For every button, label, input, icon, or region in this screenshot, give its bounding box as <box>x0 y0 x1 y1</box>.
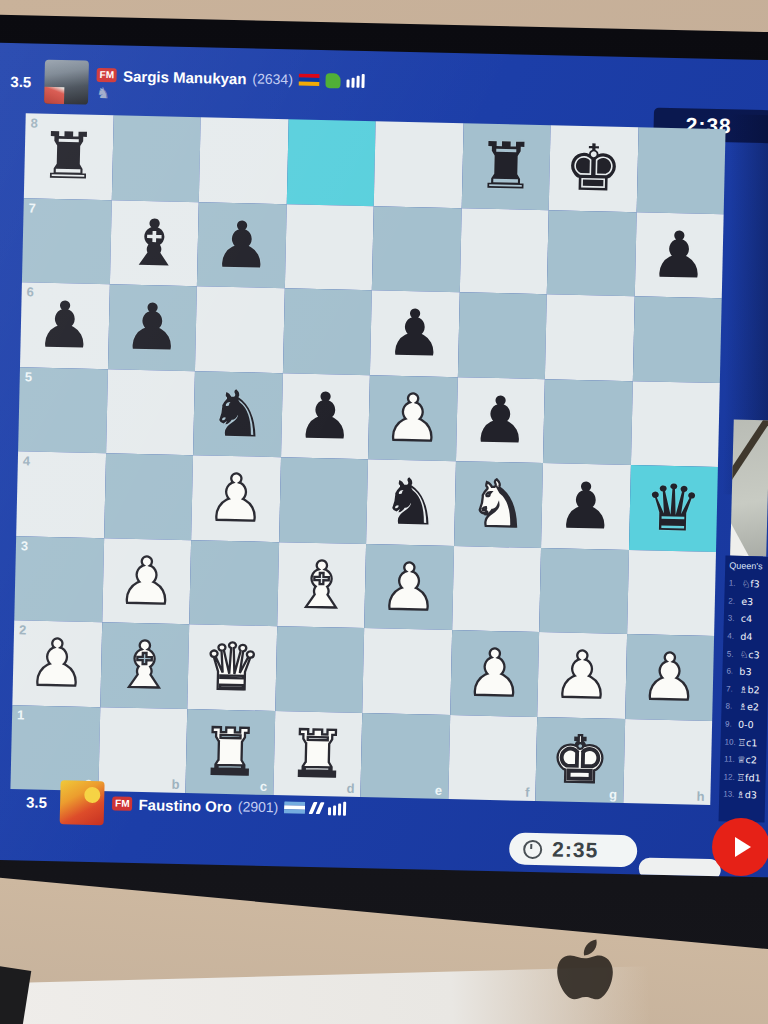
piece-white-pawn-e3[interactable]: ♟ <box>364 544 453 630</box>
white-move[interactable]: c4 <box>741 613 753 624</box>
top-player-bar: 3.5 FM Sargis Manukyan (2634) <box>10 57 365 113</box>
rank-label-1: 1 <box>17 707 25 722</box>
top-player-match-score: 3.5 <box>10 72 36 90</box>
move-row-2[interactable]: 2.e3 <box>728 592 768 611</box>
square-h6[interactable] <box>632 296 721 382</box>
white-move[interactable]: ♖c1 <box>737 736 757 748</box>
rank-label-7: 7 <box>28 200 36 215</box>
clock-icon <box>523 839 542 858</box>
piece-black-pawn-b6[interactable]: ♟ <box>107 284 196 370</box>
move-number: 5. <box>727 649 740 658</box>
square-d5[interactable]: ♟ <box>281 373 370 459</box>
captured-pieces-marks <box>311 802 322 814</box>
video-highlight <box>730 509 753 556</box>
move-list-panel: Queen's 1.♘f32.e33.c44.d45.♘c36.b37.♗b28… <box>719 555 768 822</box>
square-e4[interactable]: ♞ <box>366 459 455 545</box>
fairplay-icon <box>326 73 341 88</box>
connection-bars-icon <box>328 801 346 815</box>
white-move[interactable]: ♗e2 <box>738 701 759 713</box>
square-h2[interactable]: ♟ <box>625 634 714 720</box>
bottom-player-match-score: 3.5 <box>26 793 52 811</box>
square-c4[interactable]: ♟ <box>191 455 280 541</box>
piece-white-bishop-d3[interactable]: ♝ <box>277 542 366 628</box>
bottom-player-name[interactable]: Faustino Oro <box>138 796 232 815</box>
move-row-7[interactable]: 7.♗b2 <box>726 680 768 699</box>
move-number: 11. <box>724 755 737 764</box>
piece-white-pawn-g2[interactable]: ♟ <box>537 632 626 718</box>
file-label-f: f <box>525 785 530 800</box>
move-number: 1. <box>729 579 742 588</box>
photo-of-imac-screen: 3.5 FM Sargis Manukyan (2634) <box>0 0 768 1024</box>
bottom-player-bar: 3.5 FM Faustino Oro (2901) <box>26 777 347 832</box>
square-h4[interactable]: ♛ <box>629 465 718 551</box>
piece-black-knight-e4[interactable]: ♞ <box>366 459 455 545</box>
piece-black-rook-a8[interactable]: ♜ <box>24 113 113 199</box>
bottom-player-avatar[interactable] <box>60 780 105 825</box>
move-number: 2. <box>728 596 741 605</box>
square-c7[interactable]: ♟ <box>197 202 286 288</box>
piece-black-pawn-a6[interactable]: ♟ <box>20 282 109 368</box>
square-f7[interactable] <box>459 208 548 294</box>
white-move[interactable]: ♕c2 <box>737 754 757 766</box>
move-row-8[interactable]: 8.♗e2 <box>725 698 767 717</box>
move-number: 4. <box>727 632 740 641</box>
square-f3[interactable] <box>452 546 541 632</box>
white-move[interactable]: b3 <box>739 666 751 677</box>
piece-black-king-g8[interactable]: ♚ <box>549 125 638 211</box>
square-a8[interactable]: 8♜ <box>24 113 113 199</box>
square-f2[interactable]: ♟ <box>450 630 539 716</box>
move-number: 7. <box>726 684 739 693</box>
opening-name: Queen's <box>729 561 768 572</box>
square-h3[interactable] <box>627 550 716 636</box>
square-g6[interactable] <box>545 294 634 380</box>
square-e6[interactable]: ♟ <box>370 290 459 376</box>
piece-black-pawn-h7[interactable]: ♟ <box>634 212 723 298</box>
piece-black-queen-h4[interactable]: ♛ <box>629 465 718 551</box>
square-a2[interactable]: 2♟ <box>12 620 101 706</box>
square-d6[interactable] <box>282 288 371 374</box>
square-c5[interactable]: ♞ <box>193 371 282 457</box>
square-c8[interactable] <box>199 117 288 203</box>
white-move[interactable]: ♗b2 <box>739 684 760 696</box>
move-row-10[interactable]: 10.♖c1 <box>724 733 766 752</box>
square-b4[interactable] <box>104 453 193 539</box>
piece-white-king-g1[interactable]: ♚ <box>535 717 624 803</box>
square-b3[interactable]: ♟ <box>102 538 191 624</box>
chess-app: 3.5 FM Sargis Manukyan (2634) <box>0 43 768 878</box>
square-b5[interactable] <box>106 369 195 455</box>
square-g7[interactable] <box>547 210 636 296</box>
square-d7[interactable] <box>284 204 373 290</box>
white-move[interactable]: e3 <box>741 596 753 607</box>
square-e2[interactable] <box>362 628 451 714</box>
connection-bars-icon <box>347 74 365 88</box>
apple-logo <box>556 938 614 1004</box>
white-move[interactable]: d4 <box>740 631 752 642</box>
rank-label-4: 4 <box>23 453 31 468</box>
square-g2[interactable]: ♟ <box>537 632 626 718</box>
square-d2[interactable] <box>275 626 364 712</box>
move-row-13[interactable]: 13.♗d3 <box>723 786 765 805</box>
piece-black-rook-f8[interactable]: ♜ <box>461 123 550 209</box>
square-f4[interactable]: ♞ <box>454 461 543 547</box>
piece-black-pawn-d5[interactable]: ♟ <box>281 373 370 459</box>
square-f6[interactable] <box>457 292 546 378</box>
move-number: 10. <box>724 737 737 746</box>
square-b7[interactable]: ♝ <box>109 200 198 286</box>
chess-board: 8♜♜♚7♝♟♟6♟♟♟5♞♟♟♟4♟♞♞♟♛3♟♝♟2♟♝♛♟♟♟1abc♜d… <box>10 113 725 805</box>
square-f5[interactable]: ♟ <box>455 377 544 463</box>
piece-white-bishop-b2[interactable]: ♝ <box>100 622 189 708</box>
square-a5[interactable]: 5 <box>18 367 107 453</box>
move-number: 8. <box>725 702 738 711</box>
white-move[interactable]: ♗d3 <box>736 789 757 801</box>
square-f1[interactable]: f <box>448 715 537 801</box>
file-label-h: h <box>696 789 704 804</box>
square-c3[interactable] <box>189 540 278 626</box>
video-stream-thumbnail[interactable] <box>730 420 768 557</box>
piece-black-pawn-e6[interactable]: ♟ <box>370 290 459 376</box>
piece-white-pawn-h2[interactable]: ♟ <box>625 634 714 720</box>
armenia-flag-icon <box>299 73 320 86</box>
move-number: 9. <box>725 720 738 729</box>
square-b8[interactable] <box>111 115 200 201</box>
white-move[interactable]: ♖fd1 <box>737 772 761 784</box>
square-d3[interactable]: ♝ <box>277 542 366 628</box>
piece-white-pawn-e5[interactable]: ♟ <box>368 375 457 461</box>
square-g8[interactable]: ♚ <box>549 125 638 211</box>
play-icon <box>735 837 751 857</box>
white-move[interactable]: ♘f3 <box>742 578 760 589</box>
piece-white-pawn-a2[interactable]: ♟ <box>12 620 101 706</box>
square-a3[interactable]: 3 <box>14 536 103 622</box>
rank-label-5: 5 <box>25 369 33 384</box>
square-a4[interactable]: 4 <box>16 451 105 537</box>
move-row-6[interactable]: 6.b3 <box>726 662 768 681</box>
mic-stand-in-video <box>730 420 768 499</box>
square-e1[interactable]: e <box>360 713 449 799</box>
move-row-9[interactable]: 9.0-0 <box>725 715 767 734</box>
square-b2[interactable]: ♝ <box>100 622 189 708</box>
square-e8[interactable] <box>374 121 463 207</box>
square-c2[interactable]: ♛ <box>187 624 276 710</box>
square-f8[interactable]: ♜ <box>461 123 550 209</box>
top-player-rating: (2634) <box>252 70 293 87</box>
rank-label-3: 3 <box>21 538 29 553</box>
argentina-flag-icon <box>284 801 305 814</box>
move-row-3[interactable]: 3.c4 <box>728 610 768 629</box>
square-e7[interactable] <box>372 206 461 292</box>
bottom-player-title-badge: FM <box>112 796 133 810</box>
square-h1[interactable]: h <box>623 719 712 805</box>
captured-knight-icon: ♞ <box>96 85 110 99</box>
move-number: 13. <box>723 790 736 799</box>
square-a6[interactable]: 6♟ <box>20 282 109 368</box>
file-label-e: e <box>435 783 443 798</box>
square-g3[interactable] <box>539 548 628 634</box>
white-move[interactable]: ♘c3 <box>740 649 760 661</box>
top-player-name[interactable]: Sargis Manukyan <box>123 67 247 87</box>
square-h7[interactable]: ♟ <box>634 212 723 298</box>
imac-screen-bezel: 3.5 FM Sargis Manukyan (2634) <box>0 14 768 985</box>
move-row-1[interactable]: 1.♘f3 <box>729 575 768 594</box>
square-g5[interactable] <box>543 379 632 465</box>
piece-white-pawn-f2[interactable]: ♟ <box>450 630 539 716</box>
piece-black-bishop-b7[interactable]: ♝ <box>109 200 198 286</box>
piece-white-pawn-c4[interactable]: ♟ <box>191 455 280 541</box>
youtube-button[interactable] <box>712 818 768 876</box>
piece-white-queen-c2[interactable]: ♛ <box>187 624 276 710</box>
top-player-title-badge: FM <box>96 68 117 82</box>
piece-black-pawn-c7[interactable]: ♟ <box>197 202 286 288</box>
piece-black-knight-c5[interactable]: ♞ <box>193 371 282 457</box>
move-number: 3. <box>728 614 741 623</box>
move-row-11[interactable]: 11.♕c2 <box>724 750 766 769</box>
square-a7[interactable]: 7 <box>22 198 111 284</box>
square-b6[interactable]: ♟ <box>107 284 196 370</box>
square-g4[interactable]: ♟ <box>541 463 630 549</box>
square-h8[interactable] <box>636 127 725 213</box>
move-number: 6. <box>726 667 739 676</box>
square-d4[interactable] <box>279 457 368 543</box>
move-row-4[interactable]: 4.d4 <box>727 627 768 646</box>
piece-white-knight-f4[interactable]: ♞ <box>454 461 543 547</box>
piece-black-pawn-g4[interactable]: ♟ <box>541 463 630 549</box>
top-player-avatar[interactable] <box>44 60 89 105</box>
piece-black-pawn-f5[interactable]: ♟ <box>455 377 544 463</box>
square-g1[interactable]: g♚ <box>535 717 624 803</box>
move-number: 12. <box>724 772 737 781</box>
square-h5[interactable] <box>630 381 719 467</box>
move-row-12[interactable]: 12.♖fd1 <box>723 768 765 787</box>
move-row-5[interactable]: 5.♘c3 <box>727 645 768 664</box>
bottom-player-clock: 2:35 <box>509 832 638 867</box>
square-e3[interactable]: ♟ <box>364 544 453 630</box>
square-c6[interactable] <box>195 286 284 372</box>
square-e5[interactable]: ♟ <box>368 375 457 461</box>
white-move[interactable]: 0-0 <box>738 719 754 730</box>
bottom-bar-pill[interactable] <box>639 857 721 877</box>
piece-white-pawn-b3[interactable]: ♟ <box>102 538 191 624</box>
square-d8[interactable] <box>286 119 375 205</box>
bottom-player-rating: (2901) <box>238 798 279 815</box>
